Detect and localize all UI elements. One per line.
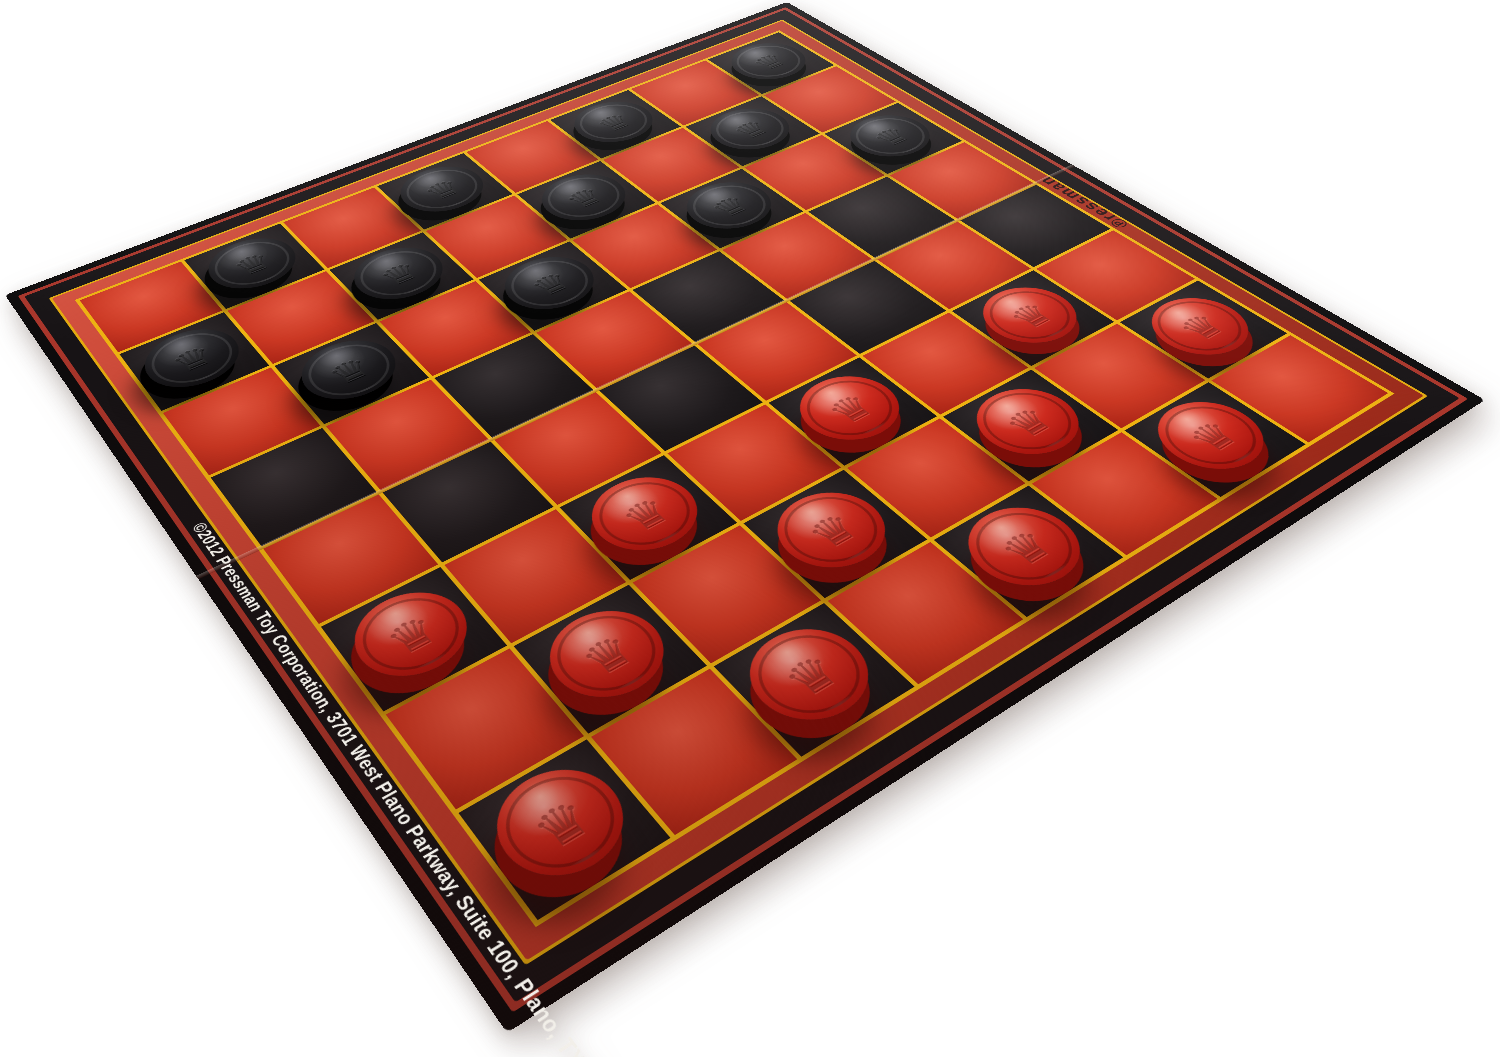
crown-emboss-icon: ♛ [373, 258, 426, 291]
crown-emboss-icon: ♛ [378, 608, 447, 662]
crown-emboss-icon: ♛ [726, 116, 776, 142]
crown-emboss-icon: ♛ [418, 175, 468, 204]
crown-emboss-icon: ♛ [866, 123, 917, 150]
crown-emboss-icon: ♛ [1179, 415, 1247, 458]
crown-emboss-icon: ♛ [1170, 309, 1233, 346]
crown-emboss-icon: ♛ [523, 790, 601, 858]
crown-emboss-icon: ♛ [820, 389, 883, 430]
crown-emboss-icon: ♛ [227, 248, 278, 280]
crown-emboss-icon: ♛ [799, 507, 867, 555]
crown-emboss-icon: ♛ [614, 491, 680, 538]
crown-emboss-icon: ♛ [746, 50, 793, 73]
checkers-board: ♛♛♛♛♛♛♛♛♛♛♛♛♛♛♛♛♛♛♛♛♛♛♛♛ ©2012 Pressman … [5, 2, 1485, 1033]
crown-emboss-icon: ♛ [572, 627, 644, 683]
crown-emboss-icon: ♛ [996, 402, 1062, 444]
board-grid: ♛♛♛♛♛♛♛♛♛♛♛♛♛♛♛♛♛♛♛♛♛♛♛♛ [75, 30, 1395, 927]
crown-emboss-icon: ♛ [1001, 298, 1062, 334]
crown-emboss-icon: ♛ [991, 523, 1062, 573]
crown-emboss-icon: ♛ [523, 267, 578, 301]
crown-emboss-icon: ♛ [590, 110, 638, 136]
crown-emboss-icon: ♛ [322, 352, 379, 390]
crown-emboss-icon: ♛ [559, 183, 610, 212]
crown-emboss-icon: ♛ [774, 647, 849, 705]
crown-emboss-icon: ♛ [704, 191, 757, 221]
crown-emboss-icon: ♛ [166, 340, 221, 377]
